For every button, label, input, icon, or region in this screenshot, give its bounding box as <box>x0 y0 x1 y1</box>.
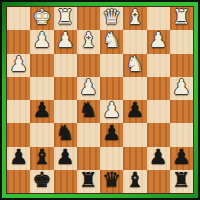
square-a3[interactable] <box>170 54 193 77</box>
square-h2[interactable] <box>7 30 30 53</box>
black-pawn-icon: ♟ <box>102 123 121 144</box>
white-queen-icon: ♛ <box>102 7 121 28</box>
square-c8[interactable]: ♝ <box>123 170 146 193</box>
black-pawn-icon: ♟ <box>172 147 191 168</box>
square-e4[interactable]: ♟ <box>77 77 100 100</box>
square-c4[interactable] <box>123 77 146 100</box>
square-d1[interactable]: ♛ <box>100 7 123 30</box>
square-e1[interactable] <box>77 7 100 30</box>
square-c7[interactable] <box>123 147 146 170</box>
square-a7[interactable]: ♟ <box>170 147 193 170</box>
square-e8[interactable]: ♜ <box>77 170 100 193</box>
square-a1[interactable]: ♜ <box>170 7 193 30</box>
black-pawn-icon: ♟ <box>9 147 28 168</box>
square-f7[interactable]: ♟ <box>54 147 77 170</box>
black-pawn-icon: ♟ <box>56 147 75 168</box>
black-bishop-icon: ♝ <box>125 170 144 191</box>
square-d6[interactable]: ♟ <box>100 123 123 146</box>
square-h3[interactable]: ♟ <box>7 54 30 77</box>
square-d3[interactable] <box>100 54 123 77</box>
square-a4[interactable]: ♟ <box>170 77 193 100</box>
black-rook-icon: ♜ <box>79 170 98 191</box>
board-frame-edge: ♚♜♛♝♜♟♟♝♞♟♟♞♟♟♟♞♟♟♞♟♟♝♟♟♟♚♜♛♝♜ <box>0 0 200 200</box>
black-knight-icon: ♞ <box>56 123 75 144</box>
black-queen-icon: ♛ <box>102 170 121 191</box>
white-king-icon: ♚ <box>32 7 51 28</box>
black-king-icon: ♚ <box>32 170 51 191</box>
square-g1[interactable]: ♚ <box>30 7 53 30</box>
white-pawn-icon: ♟ <box>56 30 75 51</box>
white-bishop-icon: ♝ <box>79 30 98 51</box>
black-pawn-icon: ♟ <box>149 147 168 168</box>
square-b6[interactable] <box>147 123 170 146</box>
black-pawn-icon: ♟ <box>32 100 51 121</box>
square-d5[interactable]: ♟ <box>100 100 123 123</box>
square-h7[interactable]: ♟ <box>7 147 30 170</box>
white-pawn-icon: ♟ <box>172 77 191 98</box>
square-f5[interactable] <box>54 100 77 123</box>
square-a6[interactable] <box>170 123 193 146</box>
square-b8[interactable] <box>147 170 170 193</box>
white-bishop-icon: ♝ <box>125 7 144 28</box>
square-g3[interactable] <box>30 54 53 77</box>
square-d7[interactable] <box>100 147 123 170</box>
square-g6[interactable] <box>30 123 53 146</box>
square-f8[interactable] <box>54 170 77 193</box>
square-g7[interactable]: ♝ <box>30 147 53 170</box>
chess-board: ♚♜♛♝♜♟♟♝♞♟♟♞♟♟♟♞♟♟♞♟♟♝♟♟♟♚♜♛♝♜ <box>6 6 194 194</box>
square-e3[interactable] <box>77 54 100 77</box>
square-e7[interactable] <box>77 147 100 170</box>
square-a5[interactable] <box>170 100 193 123</box>
square-c1[interactable]: ♝ <box>123 7 146 30</box>
square-c3[interactable]: ♞ <box>123 54 146 77</box>
square-e5[interactable]: ♞ <box>77 100 100 123</box>
square-e6[interactable] <box>77 123 100 146</box>
square-a8[interactable]: ♜ <box>170 170 193 193</box>
white-rook-icon: ♜ <box>56 7 75 28</box>
square-c2[interactable] <box>123 30 146 53</box>
square-f6[interactable]: ♞ <box>54 123 77 146</box>
white-pawn-icon: ♟ <box>149 30 168 51</box>
square-c5[interactable]: ♟ <box>123 100 146 123</box>
square-h8[interactable] <box>7 170 30 193</box>
square-d4[interactable] <box>100 77 123 100</box>
square-g4[interactable] <box>30 77 53 100</box>
square-b3[interactable] <box>147 54 170 77</box>
square-d8[interactable]: ♛ <box>100 170 123 193</box>
square-b2[interactable]: ♟ <box>147 30 170 53</box>
white-pawn-icon: ♟ <box>32 30 51 51</box>
square-b1[interactable] <box>147 7 170 30</box>
white-pawn-icon: ♟ <box>79 77 98 98</box>
white-rook-icon: ♜ <box>172 7 191 28</box>
square-h6[interactable] <box>7 123 30 146</box>
square-h4[interactable] <box>7 77 30 100</box>
square-a2[interactable] <box>170 30 193 53</box>
square-f4[interactable] <box>54 77 77 100</box>
square-b5[interactable] <box>147 100 170 123</box>
white-knight-icon: ♞ <box>102 30 121 51</box>
board-frame: ♚♜♛♝♜♟♟♝♞♟♟♞♟♟♟♞♟♟♞♟♟♝♟♟♟♚♜♛♝♜ <box>2 2 198 198</box>
black-rook-icon: ♜ <box>172 170 191 191</box>
square-g8[interactable]: ♚ <box>30 170 53 193</box>
square-f2[interactable]: ♟ <box>54 30 77 53</box>
black-pawn-icon: ♟ <box>125 100 144 121</box>
square-c6[interactable] <box>123 123 146 146</box>
white-pawn-icon: ♟ <box>102 100 121 121</box>
square-f3[interactable] <box>54 54 77 77</box>
black-knight-icon: ♞ <box>79 100 98 121</box>
square-h1[interactable] <box>7 7 30 30</box>
black-bishop-icon: ♝ <box>32 147 51 168</box>
square-d2[interactable]: ♞ <box>100 30 123 53</box>
white-pawn-icon: ♟ <box>9 54 28 75</box>
square-h5[interactable] <box>7 100 30 123</box>
square-f1[interactable]: ♜ <box>54 7 77 30</box>
white-knight-icon: ♞ <box>125 54 144 75</box>
square-g5[interactable]: ♟ <box>30 100 53 123</box>
square-b4[interactable] <box>147 77 170 100</box>
square-b7[interactable]: ♟ <box>147 147 170 170</box>
square-g2[interactable]: ♟ <box>30 30 53 53</box>
square-e2[interactable]: ♝ <box>77 30 100 53</box>
